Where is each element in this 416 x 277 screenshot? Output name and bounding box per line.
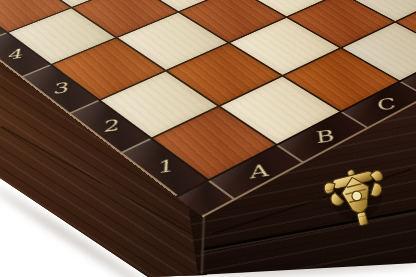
rank-label-3: 3 [50,81,69,96]
lid-seam [203,208,416,252]
brass-latch[interactable] [319,157,395,236]
brass-clasp-icon [319,157,395,236]
file-label-B: B [309,128,335,146]
rank-label-1: 1 [153,157,175,175]
rank-label-2: 2 [99,117,120,134]
chess-box-photo: 87654321 ABCDEFGH [0,0,416,277]
rank-label-4: 4 [6,47,24,61]
file-label-A: A [243,162,269,181]
file-label-C: C [370,96,397,112]
